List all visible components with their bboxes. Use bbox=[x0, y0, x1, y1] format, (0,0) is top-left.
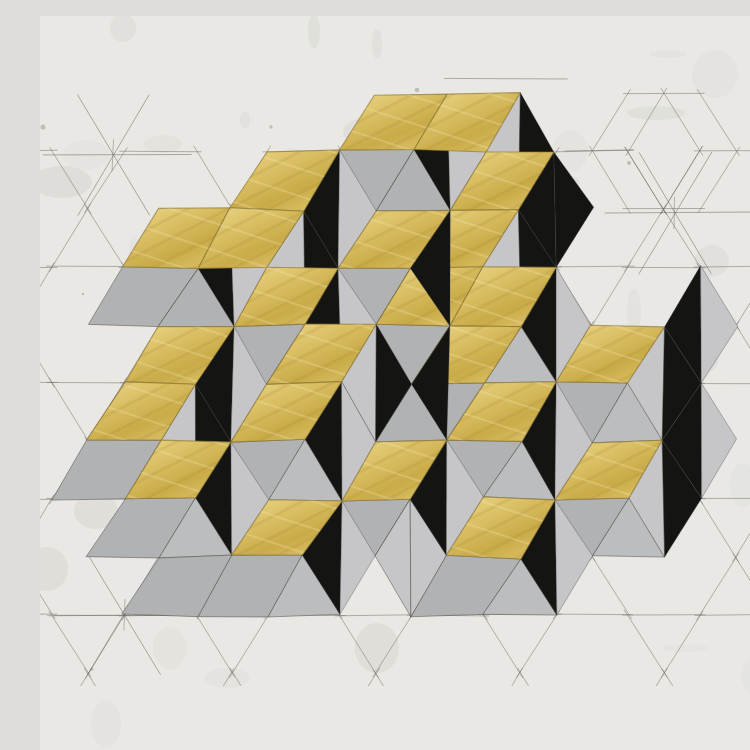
paper-stain bbox=[649, 50, 687, 58]
paper-speck bbox=[82, 293, 84, 295]
pencil-segment bbox=[444, 78, 567, 79]
paper-stain bbox=[240, 111, 250, 129]
paper-speck bbox=[415, 88, 420, 93]
paper-stain bbox=[662, 644, 708, 652]
paper-speck bbox=[41, 125, 46, 130]
paper-speck bbox=[269, 125, 272, 128]
paper-stain bbox=[355, 623, 399, 673]
paper-stain bbox=[692, 50, 738, 98]
paper-stain bbox=[204, 668, 250, 688]
paper-stain bbox=[144, 135, 182, 153]
artwork-canvas bbox=[40, 16, 750, 750]
pencil-hexagon-edge bbox=[552, 614, 633, 615]
paper-speck bbox=[627, 161, 631, 165]
pencil-hexagon-edge bbox=[120, 151, 201, 152]
gold-cube-artwork bbox=[40, 16, 750, 750]
paper-stain bbox=[91, 700, 121, 748]
paper-stain bbox=[153, 627, 187, 669]
paper-stain bbox=[372, 29, 382, 59]
